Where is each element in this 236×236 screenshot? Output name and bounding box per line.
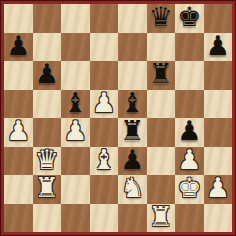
chess-board-frame: ♛♚♟♟♟♜♝♟♝♟♟♜♟♛♝♟♟♜♞♚♟♜	[0, 0, 236, 236]
square-d3[interactable]: ♝	[90, 147, 119, 176]
square-b3[interactable]: ♛	[33, 147, 62, 176]
square-d6[interactable]	[90, 61, 119, 90]
square-f4[interactable]	[147, 118, 176, 147]
square-g6[interactable]	[175, 61, 204, 90]
square-e2[interactable]: ♞	[118, 175, 147, 204]
square-h2[interactable]: ♟	[204, 175, 233, 204]
black-rook[interactable]: ♜	[149, 61, 173, 88]
square-d8[interactable]	[90, 4, 119, 33]
black-king[interactable]: ♚	[177, 4, 201, 31]
square-b8[interactable]	[33, 4, 62, 33]
square-b4[interactable]	[33, 118, 62, 147]
square-a8[interactable]	[4, 4, 33, 33]
white-pawn[interactable]: ♟	[63, 118, 87, 145]
white-pawn[interactable]: ♟	[177, 147, 201, 174]
square-f7[interactable]	[147, 33, 176, 62]
square-c8[interactable]	[61, 4, 90, 33]
black-queen[interactable]: ♛	[149, 4, 173, 31]
square-a2[interactable]	[4, 175, 33, 204]
square-g8[interactable]: ♚	[175, 4, 204, 33]
square-f2[interactable]	[147, 175, 176, 204]
square-d4[interactable]	[90, 118, 119, 147]
white-rook[interactable]: ♜	[149, 204, 173, 231]
square-h5[interactable]	[204, 90, 233, 119]
square-e6[interactable]	[118, 61, 147, 90]
square-c4[interactable]: ♟	[61, 118, 90, 147]
square-d1[interactable]	[90, 204, 119, 233]
black-pawn[interactable]: ♟	[120, 147, 144, 174]
white-bishop[interactable]: ♝	[92, 147, 116, 174]
square-a4[interactable]: ♟	[4, 118, 33, 147]
square-f8[interactable]: ♛	[147, 4, 176, 33]
square-b6[interactable]: ♟	[33, 61, 62, 90]
square-f6[interactable]: ♜	[147, 61, 176, 90]
square-a5[interactable]	[4, 90, 33, 119]
square-b7[interactable]	[33, 33, 62, 62]
chess-board: ♛♚♟♟♟♜♝♟♝♟♟♜♟♛♝♟♟♜♞♚♟♜	[4, 4, 232, 232]
square-h7[interactable]: ♟	[204, 33, 233, 62]
square-e5[interactable]: ♝	[118, 90, 147, 119]
square-d2[interactable]	[90, 175, 119, 204]
square-b2[interactable]: ♜	[33, 175, 62, 204]
square-c1[interactable]	[61, 204, 90, 233]
square-c2[interactable]	[61, 175, 90, 204]
square-a1[interactable]	[4, 204, 33, 233]
square-h4[interactable]	[204, 118, 233, 147]
square-c3[interactable]	[61, 147, 90, 176]
square-e7[interactable]	[118, 33, 147, 62]
square-b5[interactable]	[33, 90, 62, 119]
white-king[interactable]: ♚	[177, 175, 201, 202]
square-g3[interactable]: ♟	[175, 147, 204, 176]
black-pawn[interactable]: ♟	[206, 33, 230, 60]
square-e8[interactable]	[118, 4, 147, 33]
square-g1[interactable]	[175, 204, 204, 233]
white-knight[interactable]: ♞	[120, 175, 144, 202]
square-h3[interactable]	[204, 147, 233, 176]
square-f3[interactable]	[147, 147, 176, 176]
black-rook[interactable]: ♜	[120, 118, 144, 145]
square-h8[interactable]	[204, 4, 233, 33]
square-b1[interactable]	[33, 204, 62, 233]
white-pawn[interactable]: ♟	[6, 118, 30, 145]
square-g7[interactable]	[175, 33, 204, 62]
black-pawn[interactable]: ♟	[35, 61, 59, 88]
black-bishop[interactable]: ♝	[120, 90, 144, 117]
square-e4[interactable]: ♜	[118, 118, 147, 147]
square-a7[interactable]: ♟	[4, 33, 33, 62]
white-pawn[interactable]: ♟	[206, 175, 230, 202]
square-f1[interactable]: ♜	[147, 204, 176, 233]
white-rook[interactable]: ♜	[35, 175, 59, 202]
white-pawn[interactable]: ♟	[92, 90, 116, 117]
black-pawn[interactable]: ♟	[177, 118, 201, 145]
square-g5[interactable]	[175, 90, 204, 119]
black-bishop[interactable]: ♝	[63, 90, 87, 117]
square-g4[interactable]: ♟	[175, 118, 204, 147]
square-a3[interactable]	[4, 147, 33, 176]
chess-board-border: ♛♚♟♟♟♜♝♟♝♟♟♜♟♛♝♟♟♜♞♚♟♜	[1, 1, 235, 235]
square-h6[interactable]	[204, 61, 233, 90]
square-a6[interactable]	[4, 61, 33, 90]
square-c5[interactable]: ♝	[61, 90, 90, 119]
square-e3[interactable]: ♟	[118, 147, 147, 176]
square-c7[interactable]	[61, 33, 90, 62]
white-queen[interactable]: ♛	[35, 147, 59, 174]
square-e1[interactable]	[118, 204, 147, 233]
square-g2[interactable]: ♚	[175, 175, 204, 204]
square-d5[interactable]: ♟	[90, 90, 119, 119]
square-h1[interactable]	[204, 204, 233, 233]
square-f5[interactable]	[147, 90, 176, 119]
square-c6[interactable]	[61, 61, 90, 90]
square-d7[interactable]	[90, 33, 119, 62]
black-pawn[interactable]: ♟	[6, 33, 30, 60]
